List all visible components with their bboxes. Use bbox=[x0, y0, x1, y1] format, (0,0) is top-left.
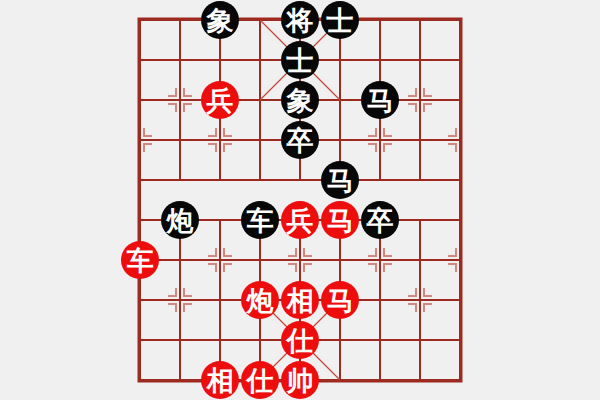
piece-red-king[interactable]: 帅 bbox=[281, 361, 319, 399]
piece-black-cannon[interactable]: 炮 bbox=[161, 201, 199, 239]
xiangqi-game-screenshot: 象将士士兵象马卒马炮车兵马卒车炮相马仕相仕帅 bbox=[0, 0, 600, 400]
piece-black-elephant[interactable]: 象 bbox=[281, 81, 319, 119]
piece-black-horse[interactable]: 马 bbox=[321, 161, 359, 199]
piece-red-chariot[interactable]: 车 bbox=[121, 241, 159, 279]
piece-red-horse[interactable]: 马 bbox=[321, 281, 359, 319]
piece-black-elephant[interactable]: 象 bbox=[201, 1, 239, 39]
piece-black-advisor[interactable]: 士 bbox=[281, 41, 319, 79]
xiangqi-board: 象将士士兵象马卒马炮车兵马卒车炮相马仕相仕帅 bbox=[120, 0, 480, 400]
piece-black-soldier[interactable]: 卒 bbox=[361, 201, 399, 239]
piece-black-general[interactable]: 将 bbox=[281, 1, 319, 39]
piece-red-soldier[interactable]: 兵 bbox=[281, 201, 319, 239]
piece-red-elephant[interactable]: 相 bbox=[281, 281, 319, 319]
piece-black-chariot[interactable]: 车 bbox=[241, 201, 279, 239]
piece-black-soldier[interactable]: 卒 bbox=[281, 121, 319, 159]
piece-black-advisor[interactable]: 士 bbox=[321, 1, 359, 39]
piece-red-elephant[interactable]: 相 bbox=[201, 361, 239, 399]
piece-black-horse[interactable]: 马 bbox=[361, 81, 399, 119]
piece-red-cannon[interactable]: 炮 bbox=[241, 281, 279, 319]
piece-red-soldier[interactable]: 兵 bbox=[201, 81, 239, 119]
piece-red-advisor[interactable]: 仕 bbox=[281, 321, 319, 359]
piece-red-advisor[interactable]: 仕 bbox=[241, 361, 279, 399]
piece-red-horse[interactable]: 马 bbox=[321, 201, 359, 239]
board-grid: 象将士士兵象马卒马炮车兵马卒车炮相马仕相仕帅 bbox=[120, 0, 480, 400]
